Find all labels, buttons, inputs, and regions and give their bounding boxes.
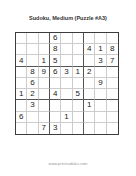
cell-r6c7	[84, 89, 95, 100]
cell-r5c9	[107, 78, 118, 89]
cell-r2c2	[27, 44, 38, 55]
cell-r1c6	[73, 33, 84, 44]
cell-r9c7	[84, 123, 95, 134]
cell-r9c8	[95, 123, 106, 134]
cell-r2c6	[73, 44, 84, 55]
cell-r8c9	[107, 112, 118, 123]
cell-r2c1	[16, 44, 27, 55]
cell-r3c5	[61, 55, 72, 66]
cell-r3c2	[27, 55, 38, 66]
cell-r2c9: 8	[107, 44, 118, 55]
cell-r9c4: 3	[50, 123, 61, 134]
cell-r1c5	[61, 33, 72, 44]
cell-r3c7	[84, 55, 95, 66]
cell-r9c5	[61, 123, 72, 134]
cell-r1c8	[95, 33, 106, 44]
cell-r2c5	[61, 44, 72, 55]
cell-r4c4: 6	[50, 67, 61, 78]
cell-r8c8	[95, 112, 106, 123]
cell-r3c6	[73, 55, 84, 66]
cell-r4c6: 1	[73, 67, 84, 78]
cell-r5c6	[73, 78, 84, 89]
cell-r5c4	[50, 78, 61, 89]
page-title: Sudoku, Medium (Puzzle #A3)	[0, 14, 136, 22]
cell-r7c9	[107, 100, 118, 111]
cell-r6c3	[39, 89, 50, 100]
cell-r4c7: 2	[84, 67, 95, 78]
cell-r7c7: 1	[84, 100, 95, 111]
cell-r4c5: 3	[61, 67, 72, 78]
cell-r7c2: 3	[27, 100, 38, 111]
cell-r4c3: 9	[39, 67, 50, 78]
footer-url: www.printsudoku.com	[0, 161, 136, 167]
cell-r5c7	[84, 78, 95, 89]
cell-r4c8	[95, 67, 106, 78]
cell-r3c8: 3	[95, 55, 106, 66]
cell-r8c2	[27, 112, 38, 123]
cell-r1c4: 6	[50, 33, 61, 44]
cell-r2c4: 8	[50, 44, 61, 55]
cell-r7c1	[16, 100, 27, 111]
cell-r8c1: 6	[16, 112, 27, 123]
cell-r2c7: 4	[84, 44, 95, 55]
cell-r6c9	[107, 89, 118, 100]
cell-r9c1	[16, 123, 27, 134]
cell-r7c6	[73, 100, 84, 111]
cell-r9c6	[73, 123, 84, 134]
cell-r5c3	[39, 78, 50, 89]
cell-r1c9	[107, 33, 118, 44]
sudoku-grid: 6841841537896312691245316173	[15, 32, 119, 135]
cell-r1c1	[16, 33, 27, 44]
cell-r3c4: 5	[50, 55, 61, 66]
cell-r9c3: 7	[39, 123, 50, 134]
cell-r8c7	[84, 112, 95, 123]
cell-r6c8	[95, 89, 106, 100]
cell-r3c9: 7	[107, 55, 118, 66]
cell-r5c8: 9	[95, 78, 106, 89]
cell-r1c2	[27, 33, 38, 44]
cell-r5c2: 6	[27, 78, 38, 89]
cell-r9c2	[27, 123, 38, 134]
cell-r8c5: 1	[61, 112, 72, 123]
cell-r5c5	[61, 78, 72, 89]
cell-r3c1: 4	[16, 55, 27, 66]
cell-r7c8	[95, 100, 106, 111]
cell-r6c5	[61, 89, 72, 100]
cell-r1c7	[84, 33, 95, 44]
cell-r4c2: 8	[27, 67, 38, 78]
cell-r6c4: 4	[50, 89, 61, 100]
cell-r6c1: 1	[16, 89, 27, 100]
cell-r8c3	[39, 112, 50, 123]
cell-r2c3	[39, 44, 50, 55]
cell-r3c3: 1	[39, 55, 50, 66]
cell-r1c3	[39, 33, 50, 44]
cell-r7c3	[39, 100, 50, 111]
cell-r6c2: 2	[27, 89, 38, 100]
cell-r6c6: 5	[73, 89, 84, 100]
cell-r4c9	[107, 67, 118, 78]
cell-r9c9	[107, 123, 118, 134]
cell-r4c1	[16, 67, 27, 78]
cell-r2c8: 1	[95, 44, 106, 55]
cell-r8c6	[73, 112, 84, 123]
cell-r8c4	[50, 112, 61, 123]
cell-r7c4	[50, 100, 61, 111]
cell-r7c5	[61, 100, 72, 111]
cell-r5c1	[16, 78, 27, 89]
